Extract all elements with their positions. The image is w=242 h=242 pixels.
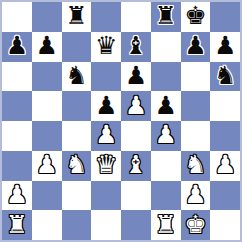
black-pawn[interactable]: ♟: [95, 93, 117, 118]
white-rook[interactable]: ♜: [6, 212, 28, 237]
square-b7[interactable]: ♟: [32, 32, 62, 62]
square-a2[interactable]: ♟: [2, 181, 32, 211]
black-king[interactable]: ♚: [184, 3, 206, 28]
square-e7[interactable]: ♝: [121, 32, 151, 62]
square-d6[interactable]: [91, 62, 121, 92]
white-pawn[interactable]: ♟: [95, 122, 117, 147]
square-b1[interactable]: [32, 210, 62, 240]
square-d7[interactable]: ♛: [91, 32, 121, 62]
square-e8[interactable]: [121, 2, 151, 32]
white-pawn[interactable]: ♟: [35, 152, 57, 177]
black-pawn[interactable]: ♟: [35, 33, 57, 58]
white-pawn[interactable]: ♟: [184, 182, 206, 207]
square-f2[interactable]: [151, 181, 181, 211]
square-f7[interactable]: [151, 32, 181, 62]
square-b2[interactable]: [32, 181, 62, 211]
square-b5[interactable]: [32, 91, 62, 121]
square-h8[interactable]: [210, 2, 240, 32]
black-queen[interactable]: ♛: [95, 33, 117, 58]
square-c8[interactable]: ♜: [62, 2, 92, 32]
square-e2[interactable]: [121, 181, 151, 211]
square-c6[interactable]: ♞: [62, 62, 92, 92]
square-g2[interactable]: ♟: [181, 181, 211, 211]
square-g4[interactable]: [181, 121, 211, 151]
black-knight[interactable]: ♞: [65, 63, 87, 88]
square-d8[interactable]: [91, 2, 121, 32]
white-rook[interactable]: ♜: [154, 212, 176, 237]
white-knight[interactable]: ♞: [184, 152, 206, 177]
square-c2[interactable]: [62, 181, 92, 211]
square-h1[interactable]: [210, 210, 240, 240]
black-bishop[interactable]: ♝: [125, 33, 147, 58]
square-e6[interactable]: ♟: [121, 62, 151, 92]
square-c7[interactable]: [62, 32, 92, 62]
white-knight[interactable]: ♞: [65, 152, 87, 177]
square-f4[interactable]: ♟: [151, 121, 181, 151]
white-pawn[interactable]: ♟: [125, 93, 147, 118]
white-pawn[interactable]: ♟: [6, 182, 28, 207]
square-g6[interactable]: [181, 62, 211, 92]
square-h5[interactable]: [210, 91, 240, 121]
square-b6[interactable]: [32, 62, 62, 92]
square-b3[interactable]: ♟: [32, 151, 62, 181]
square-a1[interactable]: ♜: [2, 210, 32, 240]
black-pawn[interactable]: ♟: [154, 93, 176, 118]
square-a7[interactable]: ♟: [2, 32, 32, 62]
chess-board: ♜♜♚♟♟♛♝♟♟♞♟♞♟♟♟♟♟♟♞♛♝♞♟♟♟♜♜♚: [2, 2, 240, 240]
square-b8[interactable]: [32, 2, 62, 32]
black-pawn[interactable]: ♟: [214, 33, 236, 58]
black-pawn[interactable]: ♟: [184, 33, 206, 58]
square-d1[interactable]: [91, 210, 121, 240]
black-pawn[interactable]: ♟: [125, 63, 147, 88]
square-c5[interactable]: [62, 91, 92, 121]
square-d4[interactable]: ♟: [91, 121, 121, 151]
square-f3[interactable]: [151, 151, 181, 181]
square-c1[interactable]: [62, 210, 92, 240]
black-knight[interactable]: ♞: [214, 63, 236, 88]
white-pawn[interactable]: ♟: [154, 122, 176, 147]
square-d5[interactable]: ♟: [91, 91, 121, 121]
square-f8[interactable]: ♜: [151, 2, 181, 32]
white-queen[interactable]: ♛: [95, 152, 117, 177]
white-pawn[interactable]: ♟: [214, 152, 236, 177]
square-d3[interactable]: ♛: [91, 151, 121, 181]
square-g7[interactable]: ♟: [181, 32, 211, 62]
square-g1[interactable]: ♚: [181, 210, 211, 240]
square-h2[interactable]: [210, 181, 240, 211]
square-f6[interactable]: [151, 62, 181, 92]
square-b4[interactable]: [32, 121, 62, 151]
black-rook[interactable]: ♜: [154, 3, 176, 28]
square-g5[interactable]: [181, 91, 211, 121]
white-bishop[interactable]: ♝: [125, 152, 147, 177]
white-king[interactable]: ♚: [184, 212, 206, 237]
square-h4[interactable]: [210, 121, 240, 151]
square-a3[interactable]: [2, 151, 32, 181]
square-h6[interactable]: ♞: [210, 62, 240, 92]
square-h3[interactable]: ♟: [210, 151, 240, 181]
square-c4[interactable]: [62, 121, 92, 151]
square-g8[interactable]: ♚: [181, 2, 211, 32]
black-pawn[interactable]: ♟: [6, 33, 28, 58]
chess-board-frame: ♜♜♚♟♟♛♝♟♟♞♟♞♟♟♟♟♟♟♞♛♝♞♟♟♟♜♜♚: [0, 0, 242, 242]
square-c3[interactable]: ♞: [62, 151, 92, 181]
square-g3[interactable]: ♞: [181, 151, 211, 181]
square-a5[interactable]: [2, 91, 32, 121]
square-e3[interactable]: ♝: [121, 151, 151, 181]
square-a6[interactable]: [2, 62, 32, 92]
square-a8[interactable]: [2, 2, 32, 32]
square-e4[interactable]: [121, 121, 151, 151]
square-f5[interactable]: ♟: [151, 91, 181, 121]
square-d2[interactable]: [91, 181, 121, 211]
square-f1[interactable]: ♜: [151, 210, 181, 240]
black-rook[interactable]: ♜: [65, 3, 87, 28]
square-a4[interactable]: [2, 121, 32, 151]
square-e5[interactable]: ♟: [121, 91, 151, 121]
square-h7[interactable]: ♟: [210, 32, 240, 62]
square-e1[interactable]: [121, 210, 151, 240]
